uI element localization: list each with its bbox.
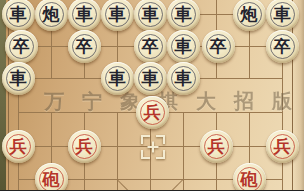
piece-character: 車 — [68, 0, 101, 31]
xiangqi-board: 万宁象棋大招版 車炮車車車車炮車卒卒卒車卒卒車車車車兵兵兵兵兵砲砲 — [0, 0, 304, 190]
piece-character: 兵 — [2, 130, 35, 163]
piece-character: 車 — [101, 0, 134, 31]
piece-black-soldier[interactable]: 卒 — [68, 30, 101, 63]
piece-black-chariot[interactable]: 車 — [167, 62, 200, 95]
piece-black-chariot[interactable]: 車 — [2, 0, 35, 31]
piece-character: 車 — [167, 62, 200, 95]
piece-black-chariot[interactable]: 車 — [134, 0, 167, 31]
piece-character: 兵 — [136, 96, 169, 129]
piece-character: 車 — [167, 30, 200, 63]
piece-black-chariot[interactable]: 車 — [266, 0, 299, 31]
piece-red-soldier[interactable]: 兵 — [136, 96, 169, 129]
piece-black-chariot[interactable]: 車 — [101, 0, 134, 31]
grid-line — [183, 112, 184, 190]
piece-character: 炮 — [233, 0, 266, 31]
piece-character: 車 — [2, 0, 35, 31]
piece-black-chariot[interactable]: 車 — [134, 62, 167, 95]
piece-character: 卒 — [266, 30, 299, 63]
piece-black-cannon[interactable]: 炮 — [233, 0, 266, 31]
piece-red-soldier[interactable]: 兵 — [266, 130, 299, 163]
piece-black-chariot[interactable]: 車 — [101, 62, 134, 95]
piece-character: 車 — [134, 62, 167, 95]
cursor-crosshair-icon — [141, 135, 165, 159]
piece-red-soldier[interactable]: 兵 — [200, 130, 233, 163]
piece-black-cannon[interactable]: 炮 — [35, 0, 68, 31]
piece-red-cannon[interactable]: 砲 — [233, 163, 266, 191]
piece-character: 卒 — [202, 30, 235, 63]
piece-character: 車 — [101, 62, 134, 95]
piece-black-soldier[interactable]: 卒 — [202, 30, 235, 63]
piece-character: 卒 — [134, 30, 167, 63]
piece-character: 兵 — [200, 130, 233, 163]
piece-black-chariot[interactable]: 車 — [68, 0, 101, 31]
piece-black-soldier[interactable]: 卒 — [266, 30, 299, 63]
piece-character: 車 — [134, 0, 167, 31]
piece-black-chariot[interactable]: 車 — [167, 0, 200, 31]
piece-black-chariot[interactable]: 車 — [2, 62, 35, 95]
piece-character: 兵 — [68, 130, 101, 163]
piece-character: 兵 — [266, 130, 299, 163]
piece-black-soldier[interactable]: 卒 — [134, 30, 167, 63]
piece-black-chariot[interactable]: 車 — [167, 30, 200, 63]
piece-character: 車 — [167, 0, 200, 31]
piece-character: 卒 — [5, 30, 38, 63]
piece-black-soldier[interactable]: 卒 — [5, 30, 38, 63]
piece-red-soldier[interactable]: 兵 — [68, 130, 101, 163]
piece-red-cannon[interactable]: 砲 — [35, 163, 68, 191]
piece-character: 車 — [2, 62, 35, 95]
piece-character: 砲 — [35, 163, 68, 191]
piece-character: 車 — [266, 0, 299, 31]
piece-character: 炮 — [35, 0, 68, 31]
piece-red-soldier[interactable]: 兵 — [2, 130, 35, 163]
piece-character: 砲 — [233, 163, 266, 191]
piece-character: 卒 — [68, 30, 101, 63]
